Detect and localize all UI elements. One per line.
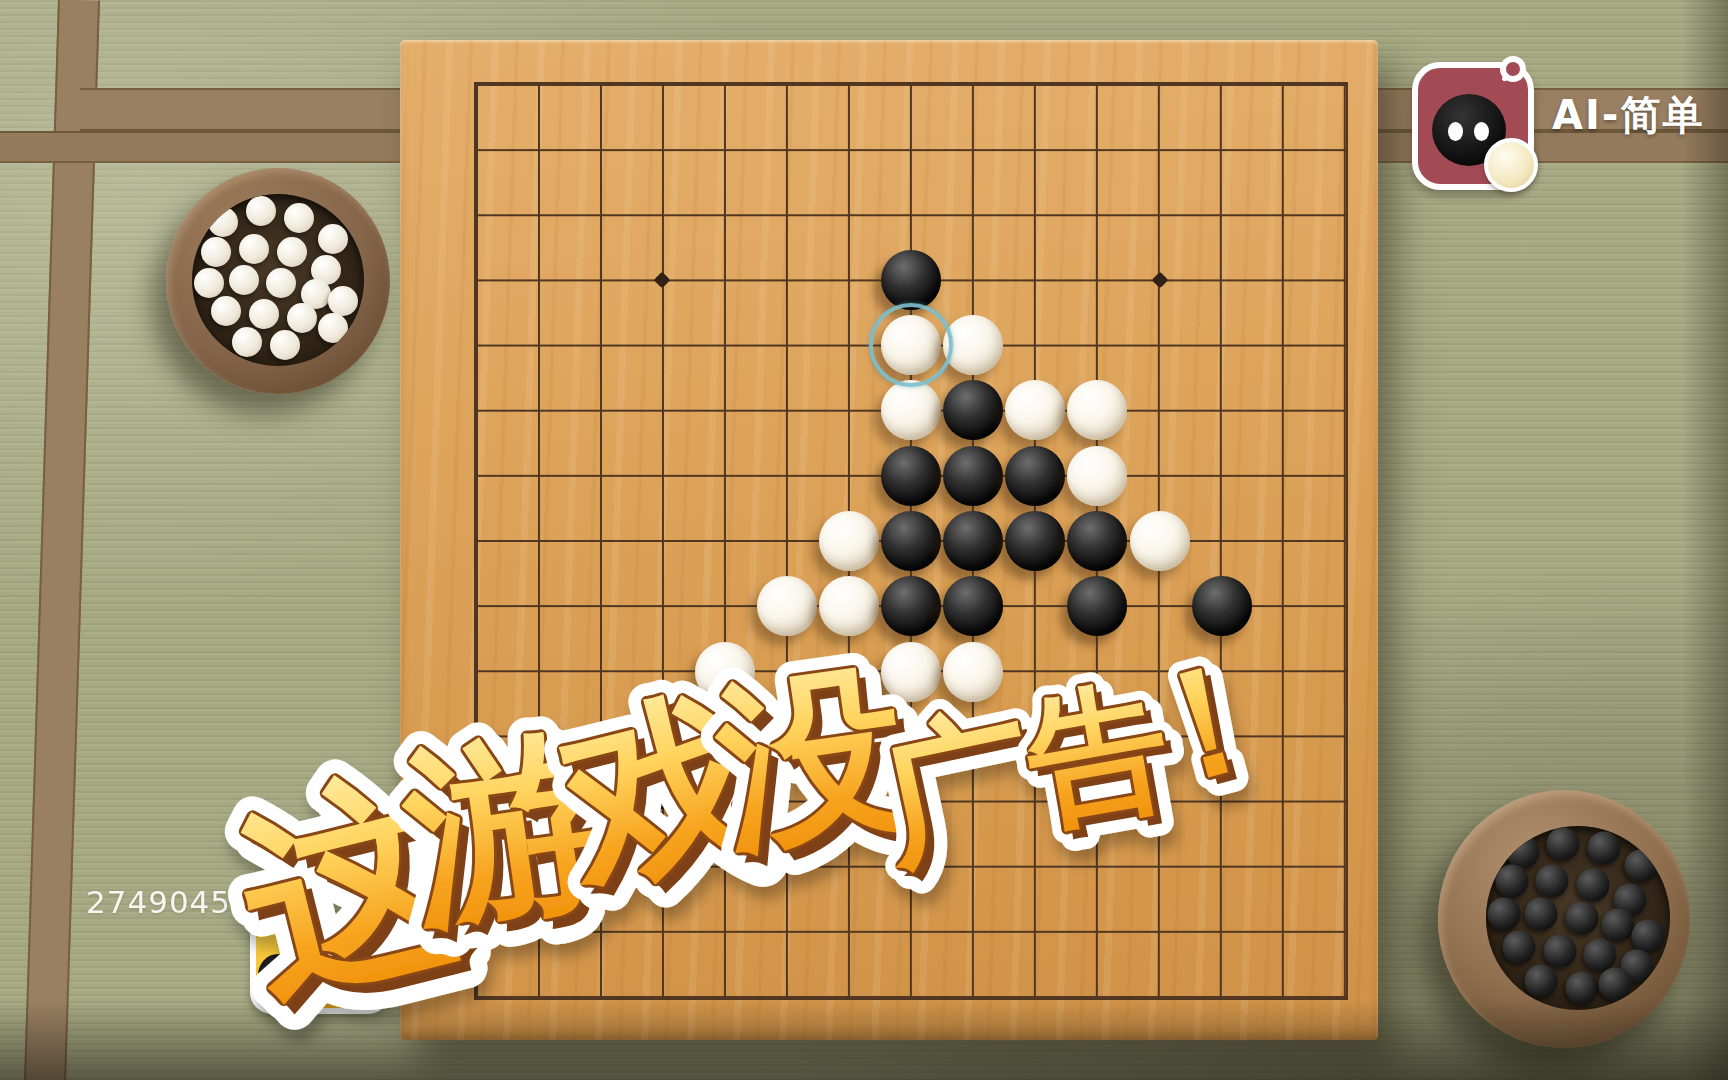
black-stone (1005, 446, 1065, 506)
black-bowl-stone (1547, 828, 1580, 861)
black-bowl-stone (1631, 920, 1664, 953)
black-bowl-stone (1584, 938, 1617, 971)
white-stone-bowl (166, 168, 390, 394)
black-bowl-stone (1495, 865, 1528, 898)
black-bowl-stone (1525, 964, 1558, 997)
white-stone (1067, 380, 1127, 440)
white-bowl-stone (246, 196, 276, 226)
black-bowl-stone (1525, 898, 1558, 931)
white-bowl-stone (229, 265, 259, 295)
white-bowl-stone (287, 303, 317, 333)
ai-opponent-badge[interactable]: AI-简单 (1412, 62, 1704, 190)
white-bowl-stone (211, 296, 241, 326)
black-bowl-stone (1506, 835, 1539, 868)
white-bowl-stone (328, 286, 358, 316)
banner-text-group: 这 这 这 游 游 游 戏 戏 戏 没 没 没 广 广 广 告 告 告 (217, 617, 1309, 1042)
white-bowl-stone (270, 330, 300, 360)
black-stone-bowl (1438, 790, 1690, 1048)
white-bowl-stone (239, 234, 269, 264)
white-bowl-stone (318, 224, 348, 254)
promo-banner: 这 这 这 游 游 游 戏 戏 戏 没 没 没 广 广 广 告 告 告 (180, 540, 1360, 1080)
white-stone (881, 380, 941, 440)
white-bowl-stone (318, 313, 348, 343)
white-bowl-stone (208, 207, 238, 237)
star-point (654, 271, 671, 288)
white-bowl-stone (249, 299, 279, 329)
white-bowl-stone (194, 268, 224, 298)
black-bowl-stone (1602, 909, 1635, 942)
robot-eye-icon (1474, 122, 1489, 141)
star-point (1151, 271, 1168, 288)
black-bowl-stone (1543, 935, 1576, 968)
white-bowl-stone (201, 237, 231, 267)
black-bowl-stone (1576, 868, 1609, 901)
robot-eye-icon (1448, 122, 1463, 141)
black-stone (881, 446, 941, 506)
black-bowl-stone (1565, 971, 1598, 1004)
white-bowl-stone (232, 327, 262, 357)
black-bowl-stone (1624, 850, 1657, 883)
ai-difficulty-label: AI-简单 (1552, 88, 1704, 143)
white-bowl-stone (284, 203, 314, 233)
black-stone (943, 446, 1003, 506)
black-stone-bowl-opening (1486, 826, 1670, 1010)
white-bowl-stone (277, 237, 307, 267)
white-stone-bowl-opening (192, 194, 364, 366)
ai-antenna-ball-icon (1500, 56, 1526, 82)
black-stone (881, 250, 941, 310)
ai-white-stone-badge (1484, 138, 1538, 192)
white-bowl-stone (266, 268, 296, 298)
ai-avatar-icon[interactable] (1412, 62, 1534, 190)
black-bowl-stone (1565, 902, 1598, 935)
black-stone (943, 380, 1003, 440)
black-bowl-stone (1488, 898, 1521, 931)
white-stone (1067, 446, 1127, 506)
black-bowl-stone (1503, 931, 1536, 964)
black-bowl-stone (1587, 832, 1620, 865)
last-move-marker (869, 303, 953, 387)
black-bowl-stone (1598, 968, 1631, 1001)
white-stone (1005, 380, 1065, 440)
black-bowl-stone (1536, 865, 1569, 898)
